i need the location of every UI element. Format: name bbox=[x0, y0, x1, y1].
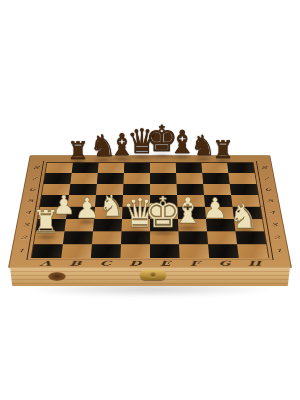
board-square-a1[interactable] bbox=[32, 244, 63, 257]
rank-label-6: 6 bbox=[261, 184, 276, 195]
board-square-d8[interactable] bbox=[124, 163, 150, 174]
board-square-c1[interactable] bbox=[91, 244, 121, 257]
board-square-b2[interactable] bbox=[63, 231, 93, 244]
rank-label-8: 8 bbox=[29, 163, 43, 174]
board-square-g8[interactable] bbox=[201, 163, 228, 174]
rank-label-7: 7 bbox=[259, 173, 273, 184]
rank-label-1: 1 bbox=[13, 244, 29, 257]
board-square-h7[interactable] bbox=[228, 173, 256, 184]
board-square-c2[interactable] bbox=[92, 231, 122, 244]
file-label-c: C bbox=[90, 260, 120, 267]
board-square-h1[interactable] bbox=[237, 244, 268, 257]
board-square-g1[interactable] bbox=[208, 244, 239, 257]
file-label-a: A bbox=[30, 260, 61, 267]
rank-label-2: 2 bbox=[269, 231, 285, 244]
dark-rook-h8[interactable]: ♜ bbox=[212, 138, 234, 162]
rank-label-1: 1 bbox=[271, 244, 287, 257]
product-photo: A B C D E F G H 8 7 6 5 4 3 2 1 8 7 6 5 … bbox=[0, 0, 300, 400]
board-square-b7[interactable] bbox=[70, 173, 97, 184]
board-square-g7[interactable] bbox=[202, 173, 229, 184]
rank-label-4: 4 bbox=[265, 207, 280, 219]
file-label-h: H bbox=[239, 260, 270, 267]
file-label-f: F bbox=[180, 260, 210, 267]
light-pawn-g2[interactable]: ♟ bbox=[202, 195, 227, 223]
board-square-h6[interactable] bbox=[230, 184, 258, 195]
board-square-b1[interactable] bbox=[61, 244, 92, 257]
box-front-edge bbox=[10, 267, 290, 286]
board-square-c8[interactable] bbox=[98, 163, 125, 174]
file-label-b: B bbox=[60, 260, 91, 267]
board-square-c7[interactable] bbox=[97, 173, 124, 184]
file-label-d: D bbox=[120, 260, 150, 267]
board-square-f2[interactable] bbox=[179, 231, 209, 244]
board-square-d7[interactable] bbox=[123, 173, 150, 184]
board-square-e8[interactable] bbox=[150, 163, 176, 174]
dark-rook-a8[interactable]: ♜ bbox=[67, 139, 89, 163]
light-knight-h1[interactable]: ♞ bbox=[229, 199, 259, 233]
light-king-e1[interactable]: ♚ bbox=[144, 192, 182, 234]
light-pawn-c2[interactable]: ♟ bbox=[74, 195, 99, 223]
board-square-f8[interactable] bbox=[176, 163, 203, 174]
dark-knight-b8[interactable]: ♞ bbox=[90, 131, 117, 161]
board-square-a7[interactable] bbox=[44, 173, 72, 184]
rank-label-3: 3 bbox=[267, 219, 282, 231]
board-square-f1[interactable] bbox=[179, 244, 209, 257]
board-square-h8[interactable] bbox=[227, 163, 254, 174]
rank-label-7: 7 bbox=[27, 173, 41, 184]
board-square-e7[interactable] bbox=[150, 173, 177, 184]
rank-label-8: 8 bbox=[257, 163, 271, 174]
file-label-g: G bbox=[209, 260, 240, 267]
board-square-f7[interactable] bbox=[176, 173, 203, 184]
file-label-e: E bbox=[150, 260, 180, 267]
brass-latch-icon[interactable] bbox=[140, 270, 166, 280]
board-square-d1[interactable] bbox=[120, 244, 150, 257]
rank-label-5: 5 bbox=[263, 195, 278, 207]
rank-label-2: 2 bbox=[15, 231, 31, 244]
board-square-e1[interactable] bbox=[150, 244, 180, 257]
light-rook-a1[interactable]: ♜ bbox=[32, 206, 61, 238]
wood-knot bbox=[48, 272, 66, 281]
rank-label-6: 6 bbox=[25, 184, 40, 195]
